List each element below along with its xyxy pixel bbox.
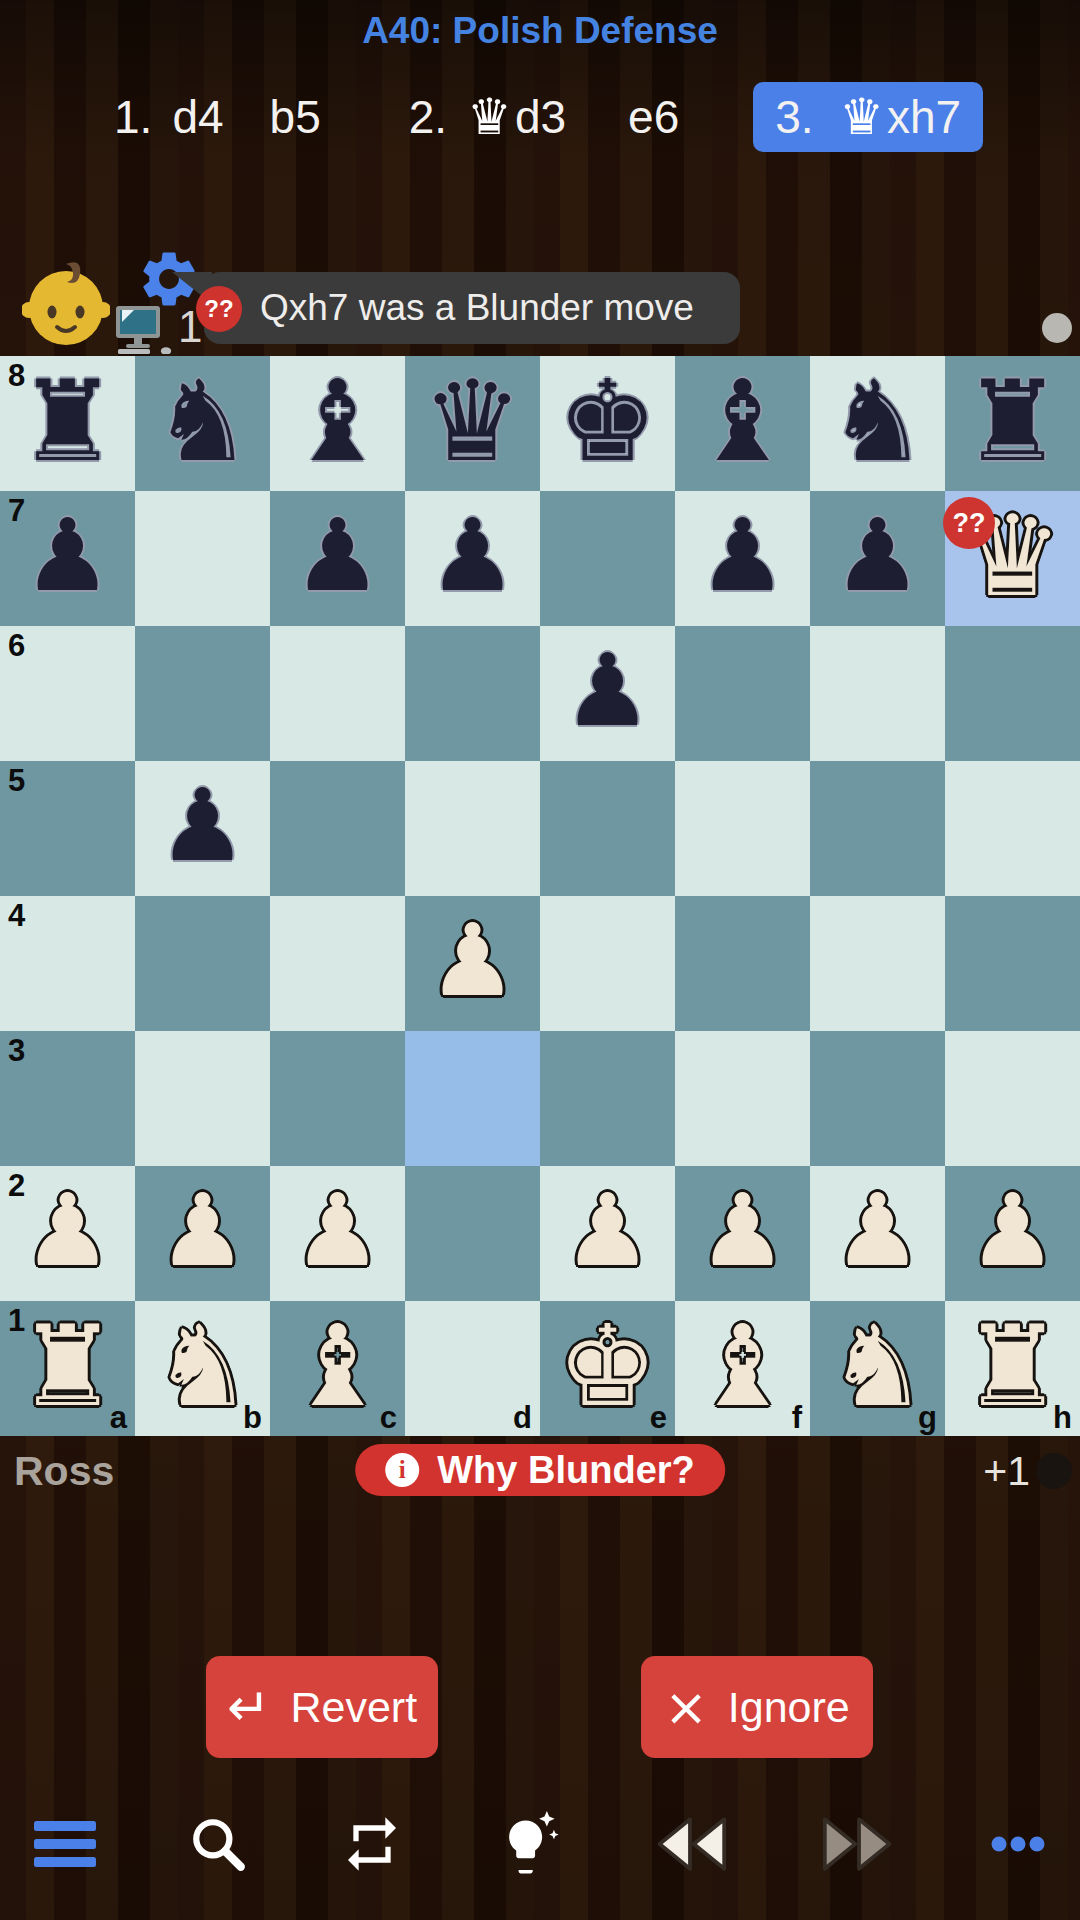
rank-label-4: 4	[8, 898, 25, 934]
white-knight-g1[interactable]: ♞	[827, 1310, 927, 1422]
square-c3[interactable]	[270, 1031, 405, 1166]
rank-label-5: 5	[8, 763, 25, 799]
engine-status-dot	[1042, 313, 1072, 343]
move-e6[interactable]: e6	[628, 90, 679, 144]
advisor-message: Qxh7 was a Blunder move	[260, 287, 694, 329]
square-f4[interactable]	[675, 896, 810, 1031]
square-c8[interactable]: ♝	[270, 356, 405, 491]
square-h1[interactable]: h♜	[945, 1301, 1080, 1436]
advisor-bubble: ?? Qxh7 was a Blunder move	[204, 272, 740, 344]
square-b8[interactable]: ♞	[135, 356, 270, 491]
more-icon[interactable]	[990, 1835, 1046, 1853]
forward-icon[interactable]	[821, 1815, 897, 1873]
square-f1[interactable]: f♝	[675, 1301, 810, 1436]
square-d8[interactable]: ♛	[405, 356, 540, 491]
square-b1[interactable]: b♞	[135, 1301, 270, 1436]
square-b4[interactable]	[135, 896, 270, 1031]
square-d5[interactable]	[405, 761, 540, 896]
move-b5[interactable]: b5	[270, 90, 321, 144]
square-f7[interactable]: ♟	[675, 491, 810, 626]
square-b5[interactable]: ♟	[135, 761, 270, 896]
why-blunder-label: Why Blunder?	[437, 1449, 695, 1492]
white-king-e1[interactable]: ♚	[557, 1310, 657, 1422]
move-d3[interactable]: ♛d3	[467, 90, 566, 144]
rank-label-3: 3	[8, 1033, 25, 1069]
white-pawn-e2[interactable]: ♟	[563, 1181, 653, 1281]
black-bishop-f8[interactable]: ♝	[692, 365, 792, 477]
score-badge: +1	[983, 1448, 1030, 1495]
square-d4[interactable]: ♟	[405, 896, 540, 1031]
square-h2[interactable]: ♟	[945, 1166, 1080, 1301]
menu-icon[interactable]	[34, 1820, 96, 1868]
blunder-badge-icon: ??	[196, 286, 242, 332]
square-a1[interactable]: 1a♜	[0, 1301, 135, 1436]
white-pawn-c2[interactable]: ♟	[293, 1181, 383, 1281]
bottom-toolbar	[0, 1802, 1080, 1886]
ignore-button[interactable]: × Ignore	[641, 1656, 873, 1758]
file-label-d: d	[513, 1400, 532, 1436]
square-d3[interactable]	[405, 1031, 540, 1166]
black-rook-h8[interactable]: ♜	[962, 365, 1062, 477]
file-label-f: f	[792, 1400, 802, 1436]
close-x-icon: ×	[664, 1681, 708, 1733]
return-arrow-icon: ↵	[227, 1681, 271, 1733]
square-h5[interactable]	[945, 761, 1080, 896]
black-pawn-c7[interactable]: ♟	[293, 506, 383, 606]
revert-button[interactable]: ↵ Revert	[206, 1656, 438, 1758]
white-pawn-b2[interactable]: ♟	[158, 1181, 248, 1281]
why-blunder-button[interactable]: i Why Blunder?	[355, 1444, 725, 1496]
white-pawn-h2[interactable]: ♟	[968, 1181, 1058, 1281]
square-a2[interactable]: 2♟	[0, 1166, 135, 1301]
square-e4[interactable]	[540, 896, 675, 1031]
square-a6[interactable]: 6	[0, 626, 135, 761]
revert-label: Revert	[290, 1683, 417, 1732]
square-d2[interactable]	[405, 1166, 540, 1301]
white-knight-b1[interactable]: ♞	[152, 1310, 252, 1422]
info-icon: i	[385, 1453, 419, 1487]
square-e3[interactable]	[540, 1031, 675, 1166]
square-c1[interactable]: c♝	[270, 1301, 405, 1436]
square-g3[interactable]	[810, 1031, 945, 1166]
square-g5[interactable]	[810, 761, 945, 896]
square-g7[interactable]: ♟	[810, 491, 945, 626]
black-pawn-a7[interactable]: ♟	[23, 506, 113, 606]
search-icon[interactable]	[189, 1815, 247, 1873]
white-pawn-f2[interactable]: ♟	[698, 1181, 788, 1281]
player-name: Ross	[14, 1448, 114, 1495]
square-b2[interactable]: ♟	[135, 1166, 270, 1301]
square-b7[interactable]	[135, 491, 270, 626]
app-screen: A40: Polish Defense 1.d4b52.♛d3e63. ♛xh7	[0, 0, 1080, 1920]
square-a4[interactable]: 4	[0, 896, 135, 1031]
black-pawn-d7[interactable]: ♟	[428, 506, 518, 606]
white-bishop-f1[interactable]: ♝	[692, 1310, 792, 1422]
square-e8[interactable]: ♚	[540, 356, 675, 491]
computer-icon	[112, 304, 178, 358]
white-pawn-d4[interactable]: ♟	[428, 911, 518, 1011]
square-g1[interactable]: g♞	[810, 1301, 945, 1436]
square-a8[interactable]: 8♜	[0, 356, 135, 491]
square-c6[interactable]	[270, 626, 405, 761]
black-bishop-c8[interactable]: ♝	[287, 365, 387, 477]
move-number: 2.	[409, 90, 447, 144]
square-e6[interactable]: ♟	[540, 626, 675, 761]
square-c4[interactable]	[270, 896, 405, 1031]
square-a3[interactable]: 3	[0, 1031, 135, 1166]
square-e7[interactable]	[540, 491, 675, 626]
chess-board[interactable]: 8♜♞♝♛♚♝♞♜7♟♟♟♟♟♛??6♟5♟4♟32♟♟♟♟♟♟♟1a♜b♞c♝…	[0, 356, 1080, 1436]
square-c2[interactable]: ♟	[270, 1166, 405, 1301]
current-move[interactable]: 3. ♛xh7	[753, 82, 983, 152]
square-h3[interactable]	[945, 1031, 1080, 1166]
move-number: 1.	[114, 90, 152, 144]
square-g2[interactable]: ♟	[810, 1166, 945, 1301]
square-e2[interactable]: ♟	[540, 1166, 675, 1301]
move-d4[interactable]: d4	[172, 90, 223, 144]
blunder-move-badge: ??	[943, 497, 995, 549]
square-b6[interactable]	[135, 626, 270, 761]
black-pawn-g7[interactable]: ♟	[833, 506, 923, 606]
black-king-e8[interactable]: ♚	[557, 365, 657, 477]
white-pawn-g2[interactable]: ♟	[833, 1181, 923, 1281]
square-d7[interactable]: ♟	[405, 491, 540, 626]
black-pawn-b5[interactable]: ♟	[158, 776, 248, 876]
square-g8[interactable]: ♞	[810, 356, 945, 491]
square-a5[interactable]: 5	[0, 761, 135, 896]
square-h6[interactable]	[945, 626, 1080, 761]
repeat-icon[interactable]	[340, 1812, 404, 1876]
square-f2[interactable]: ♟	[675, 1166, 810, 1301]
square-b3[interactable]	[135, 1031, 270, 1166]
opponent-status-dot	[1036, 1453, 1072, 1489]
black-knight-b8[interactable]: ♞	[152, 365, 252, 477]
opening-title: A40: Polish Defense	[0, 10, 1080, 52]
square-h4[interactable]	[945, 896, 1080, 1031]
square-g4[interactable]	[810, 896, 945, 1031]
rank-label-6: 6	[8, 628, 25, 664]
white-pawn-a2[interactable]: ♟	[23, 1181, 113, 1281]
square-e5[interactable]	[540, 761, 675, 896]
black-pawn-e6[interactable]: ♟	[563, 641, 653, 741]
baby-avatar-icon[interactable]	[22, 256, 110, 352]
square-d6[interactable]	[405, 626, 540, 761]
white-bishop-c1[interactable]: ♝	[287, 1310, 387, 1422]
square-g6[interactable]	[810, 626, 945, 761]
black-queen-d8[interactable]: ♛	[422, 365, 522, 477]
black-knight-g8[interactable]: ♞	[827, 365, 927, 477]
square-c7[interactable]: ♟	[270, 491, 405, 626]
square-d1[interactable]: d	[405, 1301, 540, 1436]
white-rook-a1[interactable]: ♜	[17, 1310, 117, 1422]
square-f5[interactable]	[675, 761, 810, 896]
square-f6[interactable]	[675, 626, 810, 761]
square-f8[interactable]: ♝	[675, 356, 810, 491]
hint-bulb-icon[interactable]	[497, 1811, 559, 1877]
rewind-icon[interactable]	[652, 1815, 728, 1873]
square-e1[interactable]: e♚	[540, 1301, 675, 1436]
square-c5[interactable]	[270, 761, 405, 896]
square-a7[interactable]: 7♟	[0, 491, 135, 626]
square-f3[interactable]	[675, 1031, 810, 1166]
ignore-label: Ignore	[728, 1683, 850, 1732]
white-rook-h1[interactable]: ♜	[962, 1310, 1062, 1422]
black-rook-a8[interactable]: ♜	[17, 365, 117, 477]
black-pawn-f7[interactable]: ♟	[698, 506, 788, 606]
square-h8[interactable]: ♜	[945, 356, 1080, 491]
move-list: 1.d4b52.♛d3e63. ♛xh7	[0, 82, 1080, 152]
square-h7[interactable]: ♛??	[945, 491, 1080, 626]
